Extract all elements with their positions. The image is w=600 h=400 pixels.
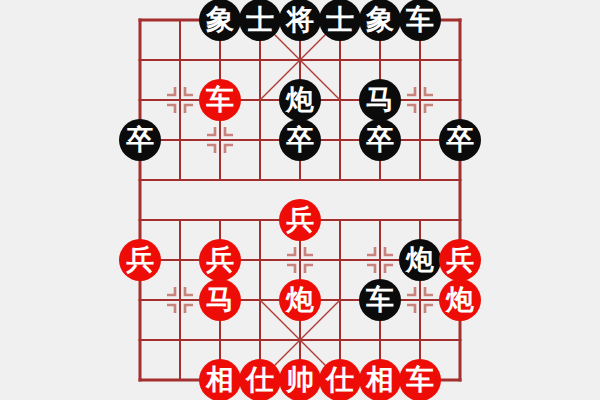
board-point-6-4[interactable] <box>360 160 400 200</box>
red-advisor[interactable]: 仕 <box>319 359 361 400</box>
board-point-3-5[interactable] <box>240 200 280 240</box>
board-point-0-4[interactable] <box>120 160 160 200</box>
board-point-3-6[interactable] <box>240 240 280 280</box>
black-advisor[interactable]: 士 <box>239 0 281 41</box>
board-point-1-9[interactable] <box>160 360 200 400</box>
black-advisor[interactable]: 士 <box>319 0 361 41</box>
board-point-0-1[interactable] <box>120 40 160 80</box>
red-elephant[interactable]: 相 <box>199 359 241 400</box>
board-point-0-5[interactable] <box>120 200 160 240</box>
black-soldier[interactable]: 卒 <box>439 119 481 161</box>
board-point-0-7[interactable] <box>120 280 160 320</box>
board-point-4-6[interactable] <box>280 240 320 280</box>
board-point-2-8[interactable] <box>200 320 240 360</box>
black-soldier[interactable]: 卒 <box>359 119 401 161</box>
red-elephant[interactable]: 相 <box>359 359 401 400</box>
red-soldier[interactable]: 兵 <box>119 239 161 281</box>
board-point-2-4[interactable] <box>200 160 240 200</box>
board-point-5-2[interactable] <box>320 80 360 120</box>
board-point-2-3[interactable] <box>200 120 240 160</box>
red-advisor[interactable]: 仕 <box>239 359 281 400</box>
black-elephant[interactable]: 象 <box>199 0 241 41</box>
board-point-6-6[interactable] <box>360 240 400 280</box>
black-cannon[interactable]: 炮 <box>399 239 441 281</box>
board-point-1-3[interactable] <box>160 120 200 160</box>
board-point-5-1[interactable] <box>320 40 360 80</box>
board-point-3-3[interactable] <box>240 120 280 160</box>
red-cannon[interactable]: 炮 <box>279 279 321 321</box>
board-point-8-1[interactable] <box>440 40 480 80</box>
board-point-8-9[interactable] <box>440 360 480 400</box>
board-point-3-4[interactable] <box>240 160 280 200</box>
board-point-3-8[interactable] <box>240 320 280 360</box>
board-point-4-8[interactable] <box>280 320 320 360</box>
board-point-6-8[interactable] <box>360 320 400 360</box>
board-point-2-1[interactable] <box>200 40 240 80</box>
board-point-5-5[interactable] <box>320 200 360 240</box>
board-point-6-5[interactable] <box>360 200 400 240</box>
board-point-5-3[interactable] <box>320 120 360 160</box>
board-point-1-8[interactable] <box>160 320 200 360</box>
board-point-3-1[interactable] <box>240 40 280 80</box>
board-point-8-0[interactable] <box>440 0 480 40</box>
red-soldier[interactable]: 兵 <box>279 199 321 241</box>
board-point-6-1[interactable] <box>360 40 400 80</box>
board-point-8-5[interactable] <box>440 200 480 240</box>
board-point-7-2[interactable] <box>400 80 440 120</box>
board-point-7-8[interactable] <box>400 320 440 360</box>
red-general[interactable]: 帅 <box>279 359 321 400</box>
black-elephant[interactable]: 象 <box>359 0 401 41</box>
board-point-5-6[interactable] <box>320 240 360 280</box>
board-point-0-2[interactable] <box>120 80 160 120</box>
board-point-7-7[interactable] <box>400 280 440 320</box>
board-point-8-4[interactable] <box>440 160 480 200</box>
red-chariot[interactable]: 车 <box>199 79 241 121</box>
board-point-8-2[interactable] <box>440 80 480 120</box>
board-point-0-9[interactable] <box>120 360 160 400</box>
black-cannon[interactable]: 炮 <box>279 79 321 121</box>
board-point-0-8[interactable] <box>120 320 160 360</box>
board-point-5-8[interactable] <box>320 320 360 360</box>
board-point-1-0[interactable] <box>160 0 200 40</box>
board-point-0-0[interactable] <box>120 0 160 40</box>
piece-grid: 象士将士象车车炮马卒卒卒卒兵兵兵炮兵马炮车炮相仕帅仕相车 <box>120 0 480 400</box>
board-point-5-4[interactable] <box>320 160 360 200</box>
black-chariot[interactable]: 车 <box>359 279 401 321</box>
xiangqi-board[interactable]: 象士将士象车车炮马卒卒卒卒兵兵兵炮兵马炮车炮相仕帅仕相车 <box>0 0 600 400</box>
board-point-1-1[interactable] <box>160 40 200 80</box>
board-point-1-7[interactable] <box>160 280 200 320</box>
board-point-1-5[interactable] <box>160 200 200 240</box>
board-point-4-1[interactable] <box>280 40 320 80</box>
board-point-1-4[interactable] <box>160 160 200 200</box>
black-general[interactable]: 将 <box>279 0 321 41</box>
board-point-1-6[interactable] <box>160 240 200 280</box>
board-point-7-5[interactable] <box>400 200 440 240</box>
board-point-3-7[interactable] <box>240 280 280 320</box>
red-chariot[interactable]: 车 <box>399 359 441 400</box>
red-horse[interactable]: 马 <box>199 279 241 321</box>
black-horse[interactable]: 马 <box>359 79 401 121</box>
board-point-3-2[interactable] <box>240 80 280 120</box>
board-point-5-7[interactable] <box>320 280 360 320</box>
board-point-7-3[interactable] <box>400 120 440 160</box>
board-point-7-4[interactable] <box>400 160 440 200</box>
red-cannon[interactable]: 炮 <box>439 279 481 321</box>
board-point-7-1[interactable] <box>400 40 440 80</box>
black-soldier[interactable]: 卒 <box>119 119 161 161</box>
board-point-4-4[interactable] <box>280 160 320 200</box>
red-soldier[interactable]: 兵 <box>199 239 241 281</box>
red-soldier[interactable]: 兵 <box>439 239 481 281</box>
board-point-2-5[interactable] <box>200 200 240 240</box>
black-soldier[interactable]: 卒 <box>279 119 321 161</box>
board-point-1-2[interactable] <box>160 80 200 120</box>
black-chariot[interactable]: 车 <box>399 0 441 41</box>
board-point-8-8[interactable] <box>440 320 480 360</box>
